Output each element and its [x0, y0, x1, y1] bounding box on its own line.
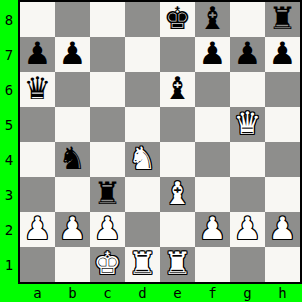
- file-label-d: d: [125, 285, 160, 301]
- piece-white-rook[interactable]: ♜: [164, 248, 192, 279]
- rank-label-7: 7: [0, 37, 18, 72]
- piece-black-queen[interactable]: ♛: [24, 73, 52, 104]
- file-labels: abcdefgh: [20, 284, 300, 302]
- square-g3[interactable]: [230, 177, 265, 212]
- piece-black-king[interactable]: ♚: [164, 3, 192, 34]
- square-a7[interactable]: ♟: [20, 37, 55, 72]
- file-label-a: a: [20, 285, 55, 301]
- square-h1[interactable]: [265, 247, 300, 282]
- piece-black-knight[interactable]: ♞: [59, 143, 87, 174]
- square-c5[interactable]: [90, 107, 125, 142]
- square-b3[interactable]: [55, 177, 90, 212]
- piece-black-pawn[interactable]: ♟: [234, 38, 262, 69]
- square-b4[interactable]: ♞: [55, 142, 90, 177]
- piece-black-pawn[interactable]: ♟: [59, 38, 87, 69]
- piece-white-king[interactable]: ♚: [94, 248, 122, 279]
- piece-white-queen[interactable]: ♛: [234, 108, 262, 139]
- square-a3[interactable]: [20, 177, 55, 212]
- file-label-f: f: [195, 285, 230, 301]
- piece-white-pawn[interactable]: ♟: [59, 213, 87, 244]
- piece-white-pawn[interactable]: ♟: [234, 213, 262, 244]
- square-f8[interactable]: ♝: [195, 2, 230, 37]
- square-e6[interactable]: ♝: [160, 72, 195, 107]
- square-e8[interactable]: ♚: [160, 2, 195, 37]
- piece-black-rook[interactable]: ♜: [269, 3, 297, 34]
- square-f4[interactable]: [195, 142, 230, 177]
- square-d2[interactable]: [125, 212, 160, 247]
- square-b5[interactable]: [55, 107, 90, 142]
- rank-label-4: 4: [0, 142, 18, 177]
- piece-white-pawn[interactable]: ♟: [94, 213, 122, 244]
- piece-black-pawn[interactable]: ♟: [269, 38, 297, 69]
- square-a8[interactable]: [20, 2, 55, 37]
- piece-white-pawn[interactable]: ♟: [269, 213, 297, 244]
- rank-label-2: 2: [0, 212, 18, 247]
- piece-black-bishop[interactable]: ♝: [199, 3, 227, 34]
- square-c4[interactable]: [90, 142, 125, 177]
- square-c7[interactable]: [90, 37, 125, 72]
- piece-white-knight[interactable]: ♞: [129, 143, 157, 174]
- chessboard-frame: 87654321 ♚♝♜♟♟♟♟♟♛♝♛♞♞♜♝♟♟♟♟♟♟♚♜♜ abcdef…: [0, 0, 302, 302]
- square-g1[interactable]: [230, 247, 265, 282]
- square-h6[interactable]: [265, 72, 300, 107]
- square-h2[interactable]: ♟: [265, 212, 300, 247]
- square-d5[interactable]: [125, 107, 160, 142]
- square-c3[interactable]: ♜: [90, 177, 125, 212]
- rank-label-5: 5: [0, 107, 18, 142]
- square-f7[interactable]: ♟: [195, 37, 230, 72]
- rank-label-6: 6: [0, 72, 18, 107]
- file-label-c: c: [90, 285, 125, 301]
- rank-label-8: 8: [0, 2, 18, 37]
- square-b6[interactable]: [55, 72, 90, 107]
- piece-white-pawn[interactable]: ♟: [199, 213, 227, 244]
- square-g2[interactable]: ♟: [230, 212, 265, 247]
- file-label-g: g: [230, 285, 265, 301]
- square-e1[interactable]: ♜: [160, 247, 195, 282]
- square-h5[interactable]: [265, 107, 300, 142]
- file-label-h: h: [265, 285, 300, 301]
- square-d1[interactable]: ♜: [125, 247, 160, 282]
- square-a5[interactable]: [20, 107, 55, 142]
- file-label-e: e: [160, 285, 195, 301]
- square-c8[interactable]: [90, 2, 125, 37]
- square-e4[interactable]: [160, 142, 195, 177]
- square-d4[interactable]: ♞: [125, 142, 160, 177]
- square-c1[interactable]: ♚: [90, 247, 125, 282]
- square-b2[interactable]: ♟: [55, 212, 90, 247]
- square-h4[interactable]: [265, 142, 300, 177]
- square-d6[interactable]: [125, 72, 160, 107]
- square-e2[interactable]: [160, 212, 195, 247]
- square-c6[interactable]: [90, 72, 125, 107]
- square-e5[interactable]: [160, 107, 195, 142]
- square-f6[interactable]: [195, 72, 230, 107]
- square-f1[interactable]: [195, 247, 230, 282]
- square-g4[interactable]: [230, 142, 265, 177]
- piece-white-rook[interactable]: ♜: [129, 248, 157, 279]
- square-g7[interactable]: ♟: [230, 37, 265, 72]
- square-f5[interactable]: [195, 107, 230, 142]
- piece-white-bishop[interactable]: ♝: [164, 178, 192, 209]
- square-b7[interactable]: ♟: [55, 37, 90, 72]
- square-g8[interactable]: [230, 2, 265, 37]
- rank-label-1: 1: [0, 247, 18, 282]
- square-h8[interactable]: ♜: [265, 2, 300, 37]
- rank-labels: 87654321: [0, 2, 18, 282]
- square-f3[interactable]: [195, 177, 230, 212]
- file-label-b: b: [55, 285, 90, 301]
- square-c2[interactable]: ♟: [90, 212, 125, 247]
- square-a2[interactable]: ♟: [20, 212, 55, 247]
- square-a1[interactable]: [20, 247, 55, 282]
- piece-black-pawn[interactable]: ♟: [199, 38, 227, 69]
- square-b8[interactable]: [55, 2, 90, 37]
- square-g6[interactable]: [230, 72, 265, 107]
- square-h3[interactable]: [265, 177, 300, 212]
- square-g5[interactable]: ♛: [230, 107, 265, 142]
- square-e3[interactable]: ♝: [160, 177, 195, 212]
- rank-label-3: 3: [0, 177, 18, 212]
- square-a6[interactable]: ♛: [20, 72, 55, 107]
- piece-black-bishop[interactable]: ♝: [164, 73, 192, 104]
- square-b1[interactable]: [55, 247, 90, 282]
- piece-black-pawn[interactable]: ♟: [24, 38, 52, 69]
- square-h7[interactable]: ♟: [265, 37, 300, 72]
- square-a4[interactable]: [20, 142, 55, 177]
- square-d7[interactable]: [125, 37, 160, 72]
- square-d8[interactable]: [125, 2, 160, 37]
- square-d3[interactable]: [125, 177, 160, 212]
- square-e7[interactable]: [160, 37, 195, 72]
- piece-white-pawn[interactable]: ♟: [24, 213, 52, 244]
- chessboard: ♚♝♜♟♟♟♟♟♛♝♛♞♞♜♝♟♟♟♟♟♟♚♜♜: [18, 0, 302, 284]
- square-f2[interactable]: ♟: [195, 212, 230, 247]
- piece-black-rook[interactable]: ♜: [94, 178, 122, 209]
